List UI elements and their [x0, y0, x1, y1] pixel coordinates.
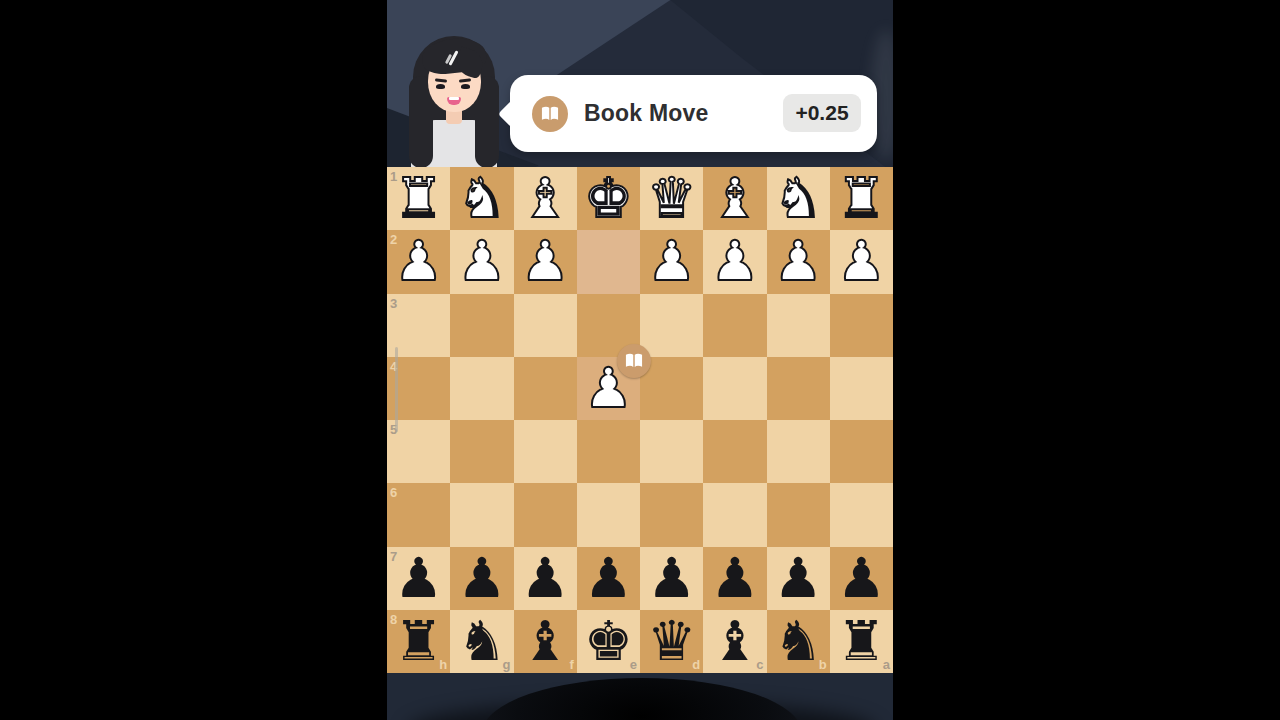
square-a5[interactable]: [830, 420, 893, 483]
black-king-e8[interactable]: ♚: [577, 610, 640, 673]
opponent-avatar: [395, 28, 513, 167]
white-pawn-d2[interactable]: ♟: [640, 230, 703, 293]
black-bishop-f8[interactable]: ♝: [514, 610, 577, 673]
white-pawn-c2[interactable]: ♟: [703, 230, 766, 293]
evaluation-badge: +0.25: [783, 94, 861, 132]
square-b2[interactable]: ♟: [767, 230, 830, 293]
square-d7[interactable]: ♟: [640, 547, 703, 610]
black-pawn-h7[interactable]: ♟: [387, 547, 450, 610]
square-a2[interactable]: ♟: [830, 230, 893, 293]
square-c6[interactable]: [703, 483, 766, 546]
square-f7[interactable]: ♟: [514, 547, 577, 610]
square-h8[interactable]: 8h♜: [387, 610, 450, 673]
chess-board: 1♜♞♝♚♛♝♞♜2♟♟♟♟♟♟♟34♟567♟♟♟♟♟♟♟♟8h♜g♞f♝e♚…: [387, 167, 893, 673]
square-h1[interactable]: 1♜: [387, 167, 450, 230]
book-icon: [532, 96, 568, 132]
square-a6[interactable]: [830, 483, 893, 546]
square-e8[interactable]: e♚: [577, 610, 640, 673]
move-comment-label: Book Move: [584, 100, 708, 127]
square-c7[interactable]: ♟: [703, 547, 766, 610]
square-b4[interactable]: [767, 357, 830, 420]
black-pawn-b7[interactable]: ♟: [767, 547, 830, 610]
avatar-teeth: [449, 97, 459, 100]
square-f8[interactable]: f♝: [514, 610, 577, 673]
move-comment-bubble: Book Move +0.25: [510, 75, 877, 152]
black-rook-a8[interactable]: ♜: [830, 610, 893, 673]
rank-label-3: 3: [390, 296, 397, 311]
white-pawn-a2[interactable]: ♟: [830, 230, 893, 293]
black-pawn-d7[interactable]: ♟: [640, 547, 703, 610]
square-a4[interactable]: [830, 357, 893, 420]
square-b8[interactable]: b♞: [767, 610, 830, 673]
white-bishop-c1[interactable]: ♝: [703, 167, 766, 230]
square-d6[interactable]: [640, 483, 703, 546]
white-pawn-b2[interactable]: ♟: [767, 230, 830, 293]
square-e1[interactable]: ♚: [577, 167, 640, 230]
square-a1[interactable]: ♜: [830, 167, 893, 230]
square-c5[interactable]: [703, 420, 766, 483]
square-d8[interactable]: d♛: [640, 610, 703, 673]
black-pawn-c7[interactable]: ♟: [703, 547, 766, 610]
square-c2[interactable]: ♟: [703, 230, 766, 293]
white-pawn-g2[interactable]: ♟: [450, 230, 513, 293]
black-pawn-f7[interactable]: ♟: [514, 547, 577, 610]
white-knight-g1[interactable]: ♞: [450, 167, 513, 230]
square-g3[interactable]: [450, 294, 513, 357]
square-d5[interactable]: [640, 420, 703, 483]
white-rook-a1[interactable]: ♜: [830, 167, 893, 230]
square-d1[interactable]: ♛: [640, 167, 703, 230]
square-f6[interactable]: [514, 483, 577, 546]
white-bishop-f1[interactable]: ♝: [514, 167, 577, 230]
square-g4[interactable]: [450, 357, 513, 420]
screenshot-stage: Book Move +0.25 1♜♞♝♚♛♝♞♜2♟♟♟♟♟♟♟34♟567♟…: [0, 0, 1280, 720]
square-c3[interactable]: [703, 294, 766, 357]
white-pawn-f2[interactable]: ♟: [514, 230, 577, 293]
black-queen-d8[interactable]: ♛: [640, 610, 703, 673]
square-f5[interactable]: [514, 420, 577, 483]
square-g2[interactable]: ♟: [450, 230, 513, 293]
square-f3[interactable]: [514, 294, 577, 357]
square-a8[interactable]: a♜: [830, 610, 893, 673]
square-d2[interactable]: ♟: [640, 230, 703, 293]
square-e7[interactable]: ♟: [577, 547, 640, 610]
white-pawn-h2[interactable]: ♟: [387, 230, 450, 293]
square-c4[interactable]: [703, 357, 766, 420]
square-c8[interactable]: c♝: [703, 610, 766, 673]
square-g5[interactable]: [450, 420, 513, 483]
square-b6[interactable]: [767, 483, 830, 546]
avatar-eye-left: [436, 84, 445, 89]
black-knight-b8[interactable]: ♞: [767, 610, 830, 673]
white-queen-d1[interactable]: ♛: [640, 167, 703, 230]
square-c1[interactable]: ♝: [703, 167, 766, 230]
white-rook-h1[interactable]: ♜: [387, 167, 450, 230]
square-g7[interactable]: ♟: [450, 547, 513, 610]
square-b1[interactable]: ♞: [767, 167, 830, 230]
scroll-indicator[interactable]: [395, 347, 398, 432]
avatar-eye-right: [461, 84, 470, 89]
square-f4[interactable]: [514, 357, 577, 420]
book-move-badge: [617, 344, 651, 378]
black-bishop-c8[interactable]: ♝: [703, 610, 766, 673]
black-rook-h8[interactable]: ♜: [387, 610, 450, 673]
square-g6[interactable]: [450, 483, 513, 546]
rank-label-6: 6: [390, 485, 397, 500]
square-e5[interactable]: [577, 420, 640, 483]
giant-piece-silhouette: [482, 678, 802, 720]
square-h6[interactable]: 6: [387, 483, 450, 546]
square-f2[interactable]: ♟: [514, 230, 577, 293]
square-e6[interactable]: [577, 483, 640, 546]
square-b5[interactable]: [767, 420, 830, 483]
square-f1[interactable]: ♝: [514, 167, 577, 230]
bottom-scene: [387, 673, 893, 720]
square-d3[interactable]: [640, 294, 703, 357]
square-b7[interactable]: ♟: [767, 547, 830, 610]
black-pawn-a7[interactable]: ♟: [830, 547, 893, 610]
square-e2[interactable]: [577, 230, 640, 293]
black-knight-g8[interactable]: ♞: [450, 610, 513, 673]
chess-app: Book Move +0.25 1♜♞♝♚♛♝♞♜2♟♟♟♟♟♟♟34♟567♟…: [387, 0, 893, 720]
black-pawn-g7[interactable]: ♟: [450, 547, 513, 610]
square-g8[interactable]: g♞: [450, 610, 513, 673]
square-b3[interactable]: [767, 294, 830, 357]
square-h7[interactable]: 7♟: [387, 547, 450, 610]
black-pawn-e7[interactable]: ♟: [577, 547, 640, 610]
square-g1[interactable]: ♞: [450, 167, 513, 230]
square-a3[interactable]: [830, 294, 893, 357]
white-king-e1[interactable]: ♚: [577, 167, 640, 230]
square-a7[interactable]: ♟: [830, 547, 893, 610]
square-h2[interactable]: 2♟: [387, 230, 450, 293]
square-e4[interactable]: ♟: [577, 357, 640, 420]
white-knight-b1[interactable]: ♞: [767, 167, 830, 230]
